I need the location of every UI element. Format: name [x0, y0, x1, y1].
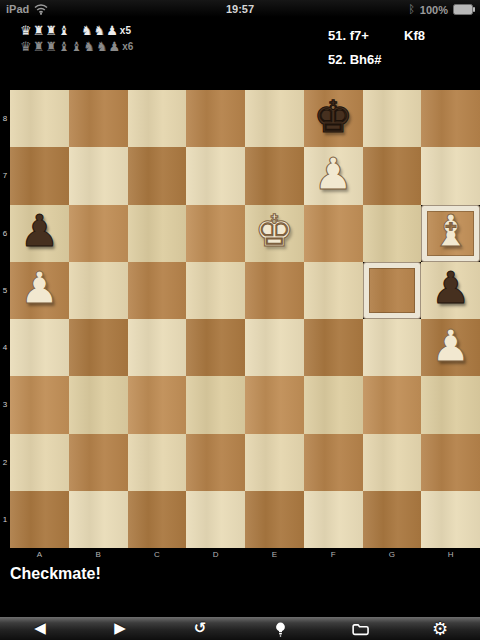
battery-percent: 100%: [420, 4, 448, 16]
square-f2[interactable]: [304, 434, 363, 491]
captured-white-pieces: ♛♜♜♝ ♞♞♟ x5: [20, 22, 131, 38]
file-label-h: H: [421, 548, 480, 560]
file-label-e: E: [245, 548, 304, 560]
square-h5[interactable]: ♟: [421, 262, 480, 319]
rank-labels: 87654321: [0, 90, 10, 548]
games-button[interactable]: [330, 617, 390, 640]
piece-black-pawn-a6[interactable]: ♟: [20, 209, 59, 253]
rank-label-5: 5: [0, 262, 10, 319]
status-bar: iPad 19:57 ᛒ 100%: [0, 0, 480, 21]
square-b3[interactable]: [69, 376, 128, 433]
move-51-white: 51. f7+: [328, 28, 369, 43]
status-right: ᛒ 100%: [408, 3, 475, 16]
square-a4[interactable]: [10, 319, 69, 376]
square-h3[interactable]: [421, 376, 480, 433]
square-c5[interactable]: [128, 262, 187, 319]
square-h7[interactable]: [421, 147, 480, 204]
lightbulb-icon: [273, 621, 288, 637]
square-c7[interactable]: [128, 147, 187, 204]
square-e8[interactable]: [245, 90, 304, 147]
square-b4[interactable]: [69, 319, 128, 376]
captured-black-pieces: ♛♜♜♝♝♞♞♟ x6: [20, 38, 133, 54]
rank-label-3: 3: [0, 376, 10, 433]
battery-icon: [453, 4, 475, 15]
square-g2[interactable]: [363, 434, 422, 491]
square-b6[interactable]: [69, 205, 128, 262]
file-label-a: A: [10, 548, 69, 560]
square-a7[interactable]: [10, 147, 69, 204]
hint-button[interactable]: [250, 617, 310, 640]
square-d4[interactable]: [186, 319, 245, 376]
square-h8[interactable]: [421, 90, 480, 147]
square-a2[interactable]: [10, 434, 69, 491]
forward-icon: ▶: [114, 621, 126, 636]
square-a1[interactable]: [10, 491, 69, 548]
square-e5[interactable]: [245, 262, 304, 319]
square-d2[interactable]: [186, 434, 245, 491]
square-b7[interactable]: [69, 147, 128, 204]
file-label-c: C: [128, 548, 187, 560]
square-g4[interactable]: [363, 319, 422, 376]
back-icon: ◀: [34, 621, 46, 636]
forward-button[interactable]: ▶: [90, 617, 150, 640]
file-labels: ABCDEFGH: [10, 548, 480, 560]
square-c2[interactable]: [128, 434, 187, 491]
settings-button[interactable]: ⚙: [410, 617, 470, 640]
square-f7[interactable]: ♟: [304, 147, 363, 204]
square-c3[interactable]: [128, 376, 187, 433]
back-button[interactable]: ◀: [10, 617, 70, 640]
game-header: ♛♜♜♝ ♞♞♟ x5 ♛♜♜♝♝♞♞♟ x6 51. f7+ Kf8 52. …: [0, 20, 480, 90]
square-d6[interactable]: [186, 205, 245, 262]
captured-white-pawn-count: x5: [120, 25, 131, 36]
piece-white-king-e6[interactable]: ♚: [255, 209, 294, 253]
piece-white-bishop-h6[interactable]: ♝: [431, 209, 470, 253]
square-g8[interactable]: [363, 90, 422, 147]
move-52-white: 52. Bh6#: [328, 52, 381, 67]
square-b5[interactable]: [69, 262, 128, 319]
square-h2[interactable]: [421, 434, 480, 491]
gear-icon: ⚙: [432, 620, 448, 638]
captured-black-pawn-count: x6: [122, 41, 133, 52]
piece-black-pawn-h5[interactable]: ♟: [431, 266, 470, 310]
square-d7[interactable]: [186, 147, 245, 204]
square-a3[interactable]: [10, 376, 69, 433]
rank-label-4: 4: [0, 319, 10, 376]
square-h6[interactable]: ♝: [421, 205, 480, 262]
rank-label-8: 8: [0, 90, 10, 147]
square-f6[interactable]: [304, 205, 363, 262]
square-d8[interactable]: [186, 90, 245, 147]
square-h1[interactable]: [421, 491, 480, 548]
square-e7[interactable]: [245, 147, 304, 204]
rank-label-6: 6: [0, 205, 10, 262]
square-f3[interactable]: [304, 376, 363, 433]
file-label-f: F: [304, 548, 363, 560]
square-f8[interactable]: ♚: [304, 90, 363, 147]
status-message: Checkmate!: [10, 565, 101, 583]
bluetooth-icon: ᛒ: [408, 3, 415, 16]
square-g6[interactable]: [363, 205, 422, 262]
square-e1[interactable]: [245, 491, 304, 548]
square-e6[interactable]: ♚: [245, 205, 304, 262]
captured-white-glyphs: ♛♜♜♝ ♞♞♟: [20, 23, 119, 38]
move-row-51: 51. f7+ Kf8: [328, 24, 468, 48]
square-b1[interactable]: [69, 491, 128, 548]
rank-label-2: 2: [0, 434, 10, 491]
piece-white-pawn-h4[interactable]: ♟: [431, 324, 470, 368]
square-f4[interactable]: [304, 319, 363, 376]
square-d1[interactable]: [186, 491, 245, 548]
square-e4[interactable]: [245, 319, 304, 376]
square-c1[interactable]: [128, 491, 187, 548]
square-c6[interactable]: [128, 205, 187, 262]
square-c4[interactable]: [128, 319, 187, 376]
square-d5[interactable]: [186, 262, 245, 319]
file-label-d: D: [186, 548, 245, 560]
undo-button[interactable]: ↺: [170, 617, 230, 640]
piece-black-king-f8[interactable]: ♚: [313, 95, 352, 139]
square-f5[interactable]: [304, 262, 363, 319]
file-label-g: G: [363, 548, 422, 560]
square-b2[interactable]: [69, 434, 128, 491]
square-a5[interactable]: ♟: [10, 262, 69, 319]
square-e2[interactable]: [245, 434, 304, 491]
square-b8[interactable]: [69, 90, 128, 147]
square-a8[interactable]: [10, 90, 69, 147]
square-g5[interactable]: [363, 262, 422, 319]
captured-black-glyphs: ♛♜♜♝♝♞♞♟: [20, 39, 121, 54]
rank-label-7: 7: [0, 147, 10, 204]
square-a6[interactable]: ♟: [10, 205, 69, 262]
square-d3[interactable]: [186, 376, 245, 433]
square-g1[interactable]: [363, 491, 422, 548]
piece-white-pawn-f7[interactable]: ♟: [313, 152, 352, 196]
chess-board: ♚♟♟♚♝♟♟♟: [10, 90, 480, 548]
move-51-black: Kf8: [404, 24, 425, 48]
chess-app-screen: iPad 19:57 ᛒ 100% ♛♜♜♝ ♞♞♟ x5: [0, 0, 480, 640]
file-label-b: B: [69, 548, 128, 560]
square-g3[interactable]: [363, 376, 422, 433]
square-f1[interactable]: [304, 491, 363, 548]
square-c8[interactable]: [128, 90, 187, 147]
move-list: 51. f7+ Kf8 52. Bh6#: [328, 24, 468, 72]
move-row-52: 52. Bh6#: [328, 48, 468, 72]
folder-icon: [352, 622, 369, 636]
undo-icon: ↺: [194, 621, 207, 636]
square-e3[interactable]: [245, 376, 304, 433]
piece-white-pawn-a5[interactable]: ♟: [20, 266, 59, 310]
square-h4[interactable]: ♟: [421, 319, 480, 376]
bottom-toolbar: ◀ ▶ ↺ ⚙: [0, 616, 480, 640]
square-g7[interactable]: [363, 147, 422, 204]
rank-label-1: 1: [0, 491, 10, 548]
